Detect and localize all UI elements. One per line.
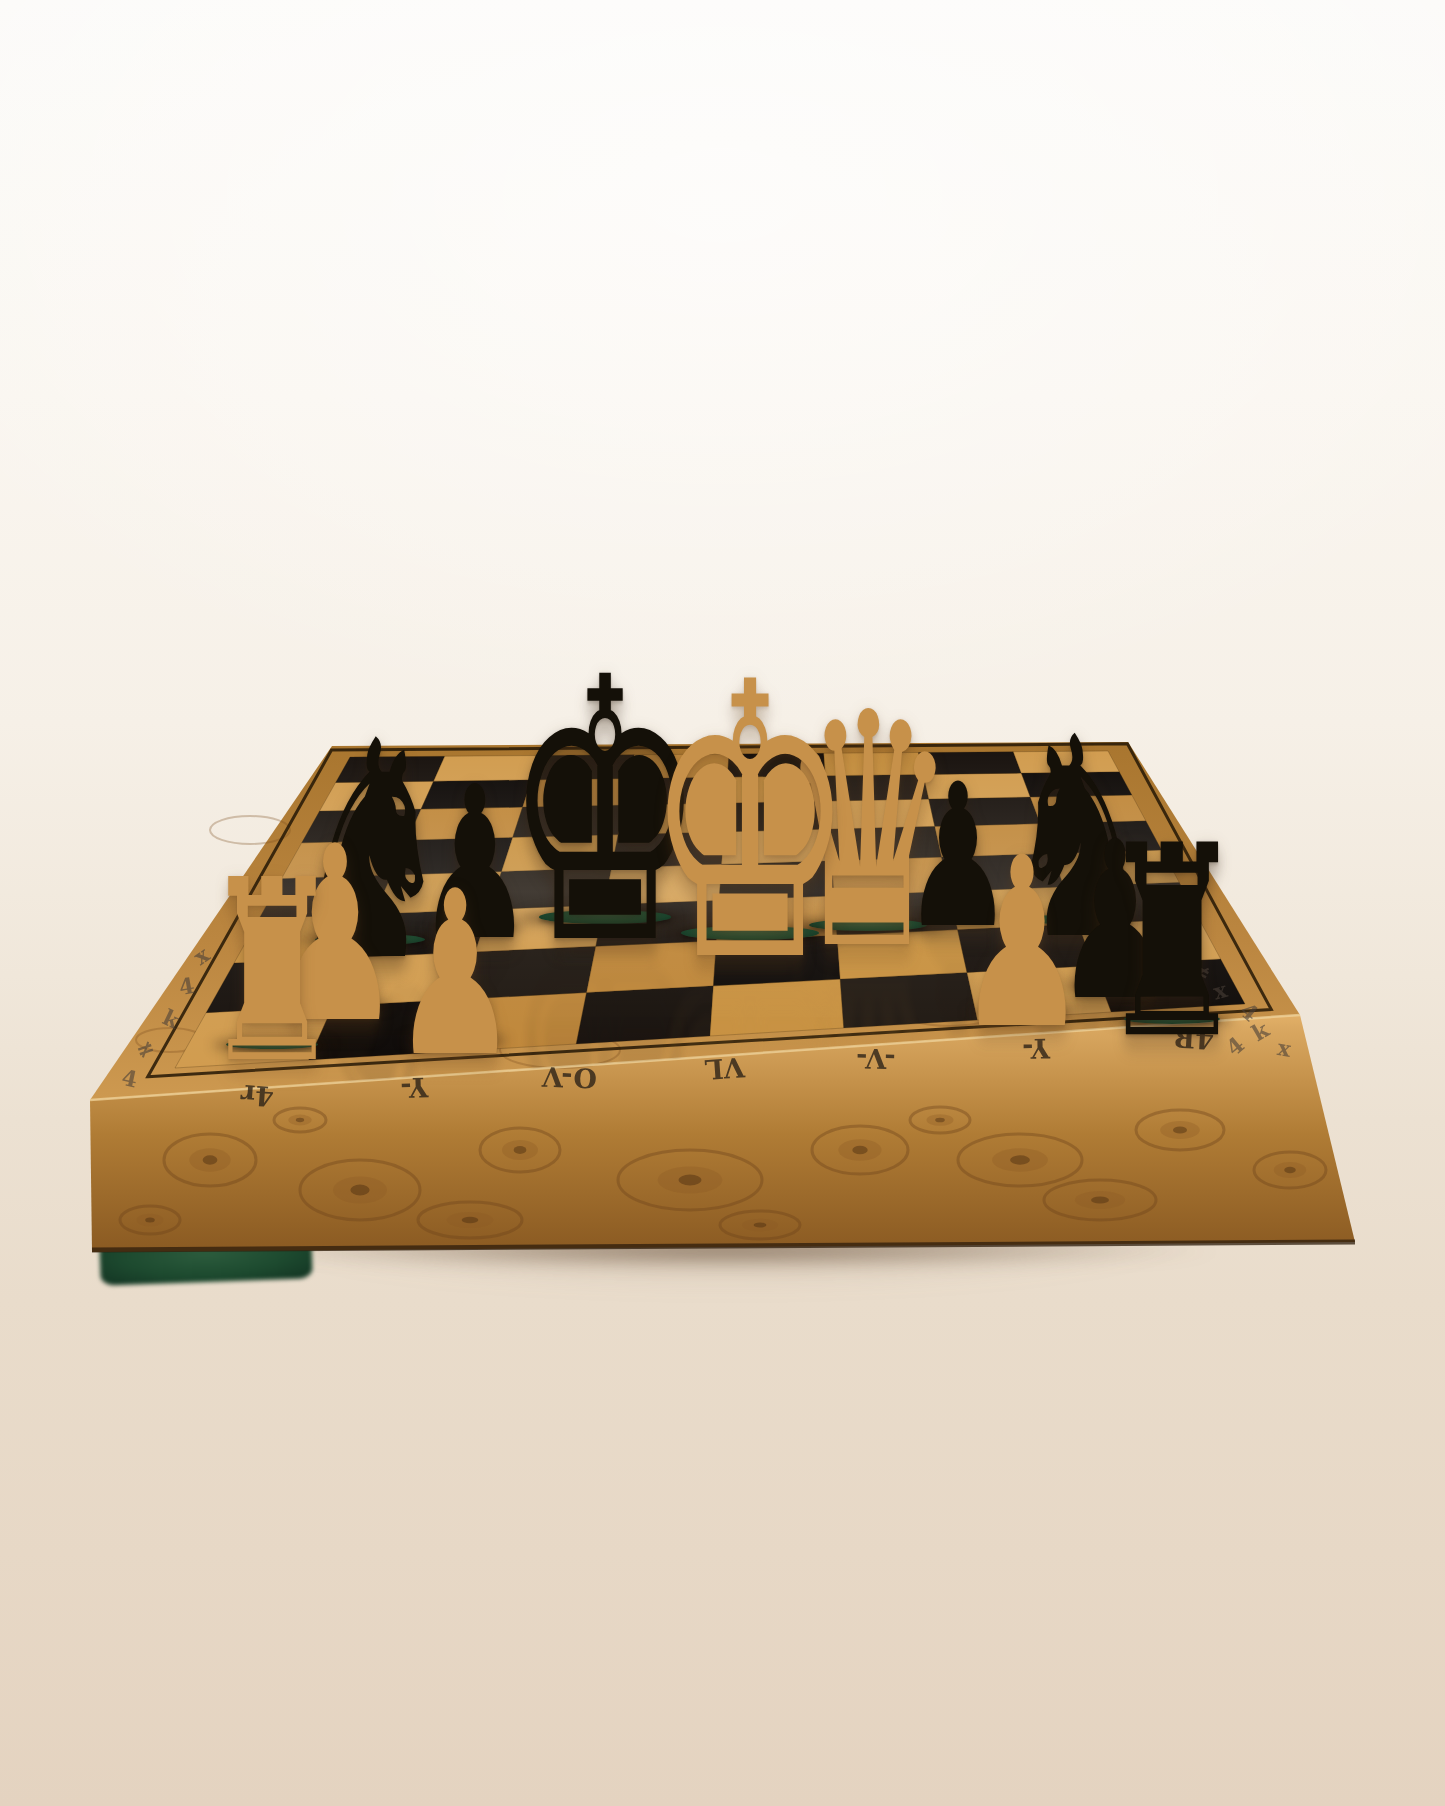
border-mark: O-V [541, 1061, 598, 1094]
border-mark: 4R [1172, 1022, 1215, 1055]
border-mark: Y- [1022, 1033, 1051, 1064]
border-mark: -V- [856, 1043, 896, 1075]
scene: 4rY-O-VVL-V-Y-4Rx4k≠4≠x4kx4 ♟♚♞♟♛♚♞♟♟♟♜♟… [0, 0, 1445, 1806]
border-mark: VL [704, 1052, 747, 1086]
chess-board: 4rY-O-VVL-V-Y-4Rx4k≠4≠x4kx4 [0, 0, 1445, 1806]
border-mark: Y- [400, 1071, 430, 1103]
border-mark: 4r [239, 1079, 275, 1112]
